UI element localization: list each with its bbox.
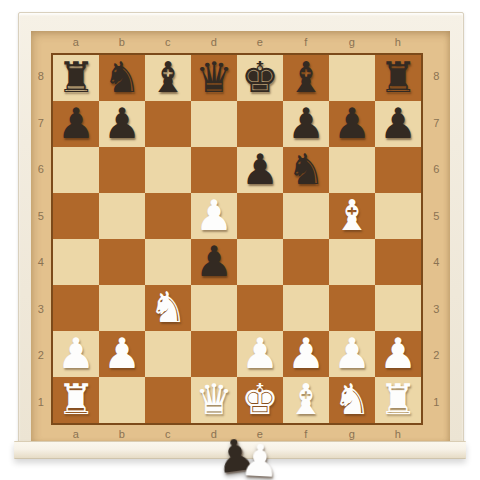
rank-label-8: 8 xyxy=(31,53,51,100)
square-a3[interactable] xyxy=(53,285,99,331)
square-b7[interactable]: ♟ xyxy=(99,101,145,147)
white-knight[interactable]: ♞ xyxy=(333,377,371,423)
square-f5[interactable] xyxy=(283,193,329,239)
square-a2[interactable]: ♟ xyxy=(53,331,99,377)
file-labels-top: abcdefgh xyxy=(53,31,421,53)
rank-label-7: 7 xyxy=(423,100,450,147)
square-f3[interactable] xyxy=(283,285,329,331)
square-g3[interactable] xyxy=(329,285,375,331)
square-d7[interactable] xyxy=(191,101,237,147)
square-c7[interactable] xyxy=(145,101,191,147)
square-d8[interactable]: ♛ xyxy=(191,55,237,101)
black-rook[interactable]: ♜ xyxy=(379,55,417,101)
file-label-g: g xyxy=(329,31,375,53)
black-bishop[interactable]: ♝ xyxy=(149,55,187,101)
file-label-h: h xyxy=(375,31,421,53)
square-f4[interactable] xyxy=(283,239,329,285)
black-knight[interactable]: ♞ xyxy=(103,55,141,101)
square-h2[interactable]: ♟ xyxy=(375,331,421,377)
file-label-e: e xyxy=(237,31,283,53)
square-d6[interactable] xyxy=(191,147,237,193)
square-b6[interactable] xyxy=(99,147,145,193)
square-b8[interactable]: ♞ xyxy=(99,55,145,101)
square-g4[interactable] xyxy=(329,239,375,285)
square-f2[interactable]: ♟ xyxy=(283,331,329,377)
rank-labels-right: 87654321 xyxy=(423,53,450,425)
rank-label-2: 2 xyxy=(423,332,450,379)
rank-label-1: 1 xyxy=(423,379,450,426)
white-bishop[interactable]: ♝ xyxy=(333,193,371,239)
square-f1[interactable]: ♝ xyxy=(283,377,329,423)
rank-label-7: 7 xyxy=(31,100,51,147)
square-a8[interactable]: ♜ xyxy=(53,55,99,101)
black-queen[interactable]: ♛ xyxy=(195,55,233,101)
black-pawn[interactable]: ♟ xyxy=(195,239,233,285)
square-e2[interactable]: ♟ xyxy=(237,331,283,377)
black-pawn[interactable]: ♟ xyxy=(103,101,141,147)
white-knight[interactable]: ♞ xyxy=(149,285,187,331)
black-pawn[interactable]: ♟ xyxy=(287,101,325,147)
black-pawn[interactable]: ♟ xyxy=(57,101,95,147)
square-e3[interactable] xyxy=(237,285,283,331)
chess-board-grid: ♜♞♝♛♚♝♜♟♟♟♟♟♟♞♟♝♟♞♟♟♟♟♟♟♜♛♚♝♞♜ xyxy=(51,53,423,425)
white-rook[interactable]: ♜ xyxy=(57,377,95,423)
demonstration-chess-board: abcdefgh abcdefgh 87654321 87654321 ♜♞♝♛… xyxy=(0,0,480,480)
square-e7[interactable] xyxy=(237,101,283,147)
black-knight[interactable]: ♞ xyxy=(287,147,325,193)
square-f7[interactable]: ♟ xyxy=(283,101,329,147)
file-label-c: c xyxy=(145,31,191,53)
white-pawn[interactable]: ♟ xyxy=(57,331,95,377)
white-pawn[interactable]: ♟ xyxy=(103,331,141,377)
black-pawn[interactable]: ♟ xyxy=(379,101,417,147)
rank-label-4: 4 xyxy=(423,239,450,286)
file-label-a: a xyxy=(53,31,99,53)
square-d5[interactable]: ♟ xyxy=(191,193,237,239)
square-c1[interactable] xyxy=(145,377,191,423)
square-c8[interactable]: ♝ xyxy=(145,55,191,101)
white-pawn[interactable]: ♟ xyxy=(195,193,233,239)
square-h6[interactable] xyxy=(375,147,421,193)
white-rook[interactable]: ♜ xyxy=(379,377,417,423)
rank-label-3: 3 xyxy=(31,286,51,333)
square-a1[interactable]: ♜ xyxy=(53,377,99,423)
square-b1[interactable] xyxy=(99,377,145,423)
square-d1[interactable]: ♛ xyxy=(191,377,237,423)
square-a7[interactable]: ♟ xyxy=(53,101,99,147)
black-rook[interactable]: ♜ xyxy=(57,55,95,101)
black-bishop[interactable]: ♝ xyxy=(287,55,325,101)
white-pawn[interactable]: ♟ xyxy=(379,331,417,377)
wooden-frame: abcdefgh abcdefgh 87654321 87654321 ♜♞♝♛… xyxy=(18,12,464,444)
board-face: abcdefgh abcdefgh 87654321 87654321 ♜♞♝♛… xyxy=(31,31,450,443)
rank-label-4: 4 xyxy=(31,239,51,286)
square-c3[interactable]: ♞ xyxy=(145,285,191,331)
square-a5[interactable] xyxy=(53,193,99,239)
square-e8[interactable]: ♚ xyxy=(237,55,283,101)
square-g2[interactable]: ♟ xyxy=(329,331,375,377)
rank-label-8: 8 xyxy=(423,53,450,100)
rank-label-3: 3 xyxy=(423,286,450,333)
square-e6[interactable]: ♟ xyxy=(237,147,283,193)
black-king[interactable]: ♚ xyxy=(241,55,279,101)
square-g6[interactable] xyxy=(329,147,375,193)
file-label-f: f xyxy=(283,31,329,53)
rank-label-1: 1 xyxy=(31,379,51,426)
white-king[interactable]: ♚ xyxy=(241,377,279,423)
square-e4[interactable] xyxy=(237,239,283,285)
white-pawn[interactable]: ♟ xyxy=(239,438,281,480)
square-d4[interactable]: ♟ xyxy=(191,239,237,285)
file-label-d: d xyxy=(191,31,237,53)
square-h4[interactable] xyxy=(375,239,421,285)
white-pawn[interactable]: ♟ xyxy=(333,331,371,377)
square-g8[interactable] xyxy=(329,55,375,101)
square-c5[interactable] xyxy=(145,193,191,239)
captured-pieces-tray: ♟♟ xyxy=(216,430,296,478)
rank-label-6: 6 xyxy=(31,146,51,193)
square-g1[interactable]: ♞ xyxy=(329,377,375,423)
white-bishop[interactable]: ♝ xyxy=(287,377,325,423)
rank-labels-left: 87654321 xyxy=(31,53,51,425)
square-a6[interactable] xyxy=(53,147,99,193)
square-h8[interactable]: ♜ xyxy=(375,55,421,101)
rank-label-5: 5 xyxy=(31,193,51,240)
square-f8[interactable]: ♝ xyxy=(283,55,329,101)
square-d2[interactable] xyxy=(191,331,237,377)
white-pawn[interactable]: ♟ xyxy=(287,331,325,377)
square-b5[interactable] xyxy=(99,193,145,239)
square-c4[interactable] xyxy=(145,239,191,285)
square-h7[interactable]: ♟ xyxy=(375,101,421,147)
square-e1[interactable]: ♚ xyxy=(237,377,283,423)
white-queen[interactable]: ♛ xyxy=(195,377,233,423)
square-b4[interactable] xyxy=(99,239,145,285)
square-d3[interactable] xyxy=(191,285,237,331)
square-c6[interactable] xyxy=(145,147,191,193)
rank-label-2: 2 xyxy=(31,332,51,379)
square-b2[interactable]: ♟ xyxy=(99,331,145,377)
square-h5[interactable] xyxy=(375,193,421,239)
square-c2[interactable] xyxy=(145,331,191,377)
square-h3[interactable] xyxy=(375,285,421,331)
square-a4[interactable] xyxy=(53,239,99,285)
square-g5[interactable]: ♝ xyxy=(329,193,375,239)
black-pawn[interactable]: ♟ xyxy=(333,101,371,147)
file-label-b: b xyxy=(99,31,145,53)
black-pawn[interactable]: ♟ xyxy=(241,147,279,193)
square-f6[interactable]: ♞ xyxy=(283,147,329,193)
square-b3[interactable] xyxy=(99,285,145,331)
rank-label-6: 6 xyxy=(423,146,450,193)
white-pawn[interactable]: ♟ xyxy=(241,331,279,377)
rank-label-5: 5 xyxy=(423,193,450,240)
square-e5[interactable] xyxy=(237,193,283,239)
square-h1[interactable]: ♜ xyxy=(375,377,421,423)
square-g7[interactable]: ♟ xyxy=(329,101,375,147)
